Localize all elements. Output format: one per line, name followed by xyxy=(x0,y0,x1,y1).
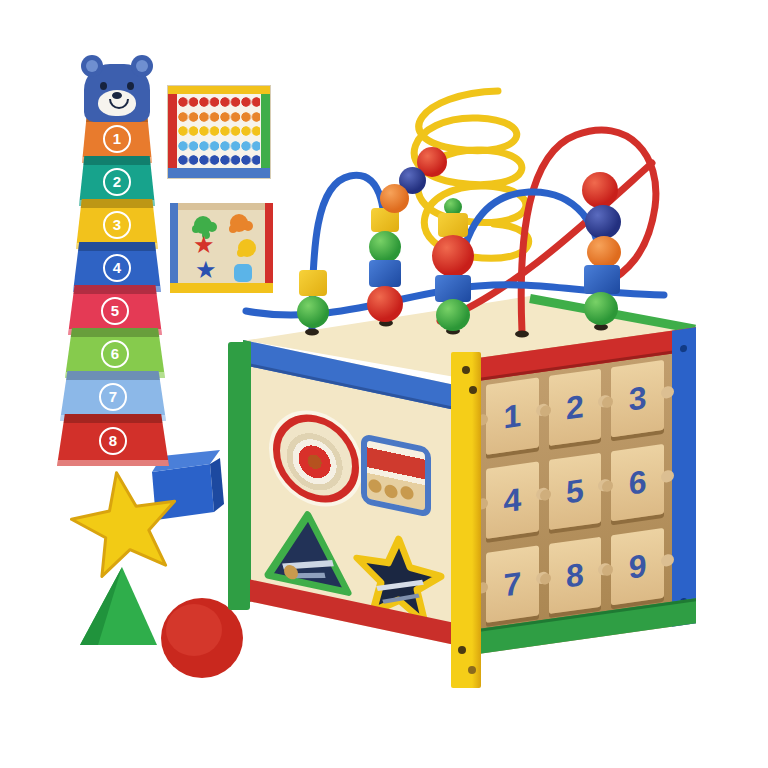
board-frame-left xyxy=(170,203,178,293)
stacking-cup: 7 xyxy=(60,371,166,421)
cup-number: 6 xyxy=(101,340,129,368)
bear-eye-icon xyxy=(100,82,107,90)
shape-sorter-face xyxy=(243,340,455,645)
stacking-cup: 3 xyxy=(76,199,158,249)
stacking-cup: 2 xyxy=(79,156,155,206)
cup-number: 4 xyxy=(103,254,131,282)
cube-right-post xyxy=(672,327,696,626)
orange-bead xyxy=(587,236,621,268)
number-block: 8 xyxy=(549,537,602,614)
green-bead xyxy=(297,296,329,328)
bear-cup xyxy=(84,64,150,122)
bear-muzzle xyxy=(98,90,136,116)
bear-eye-icon xyxy=(127,82,134,90)
green-bead xyxy=(436,299,470,331)
screw-icon xyxy=(458,646,466,654)
wire-grommet xyxy=(305,329,319,336)
bear-nose-icon xyxy=(112,92,122,99)
blue-cube-bead xyxy=(435,275,471,302)
blue-cube-bead xyxy=(584,265,620,294)
star-peg-icon: ★ xyxy=(196,239,214,257)
green-bead xyxy=(584,292,618,325)
stacking-cup: 6 xyxy=(65,328,165,378)
green-bead xyxy=(369,231,401,263)
number-block: 9 xyxy=(611,528,664,605)
circle-cutout xyxy=(273,406,359,510)
number-blocks-face: 1 2 3 4 5 6 7 8 9 xyxy=(478,327,696,654)
red-bead xyxy=(432,235,474,277)
bear-ear-icon xyxy=(131,55,153,77)
wire-grommet xyxy=(515,331,529,338)
bear-mouth-icon xyxy=(109,99,129,109)
number-blocks-grid: 1 2 3 4 5 6 7 8 9 xyxy=(486,360,664,623)
cup-number: 5 xyxy=(101,297,129,325)
screw-icon xyxy=(469,386,477,394)
green-triangle-block xyxy=(80,567,157,645)
red-bead xyxy=(367,286,403,322)
stacking-cup: 5 xyxy=(68,285,162,335)
dark-blue-bead xyxy=(585,205,621,239)
cup-number: 1 xyxy=(103,125,131,153)
number-block: 5 xyxy=(549,453,602,530)
screw-icon xyxy=(462,366,470,374)
cup-number: 7 xyxy=(99,383,127,411)
blue-cube-bead xyxy=(369,260,401,287)
yellow-cube-bead xyxy=(438,213,468,237)
orange-bead xyxy=(380,184,409,213)
product-photo: 1 2 3 4 5 6 7 8 ★ ★ xyxy=(0,0,768,768)
yellow-cube-bead xyxy=(299,270,327,296)
number-block: 3 xyxy=(611,360,664,437)
number-block: 6 xyxy=(611,444,664,521)
number-block: 2 xyxy=(549,369,602,446)
screw-icon xyxy=(468,666,476,674)
cup-number: 2 xyxy=(103,168,131,196)
abacus-frame-left xyxy=(168,94,177,168)
cube-left-post xyxy=(228,342,250,610)
number-block: 1 xyxy=(486,377,539,454)
stacking-cup: 4 xyxy=(73,242,161,292)
stacking-cup: 8 xyxy=(57,414,169,466)
red-cylinder-block xyxy=(161,598,243,678)
cube-corner-post xyxy=(451,352,481,688)
cup-number: 8 xyxy=(99,427,127,455)
number-block: 4 xyxy=(486,461,539,538)
bear-ear-icon xyxy=(81,55,103,77)
cup-number: 3 xyxy=(103,211,131,239)
square-cutout xyxy=(361,433,431,518)
number-block: 7 xyxy=(486,545,539,622)
red-bead xyxy=(582,172,618,208)
star-peg-icon: ★ xyxy=(198,264,216,282)
